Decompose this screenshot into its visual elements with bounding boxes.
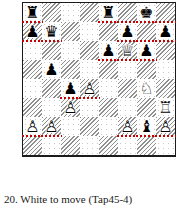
spellcheck-squiggle: [117, 40, 138, 42]
black-pawn: ♟: [156, 22, 175, 41]
square-e6: ♟: [99, 41, 118, 60]
square-h1: [156, 136, 175, 155]
black-pawn: ♟: [23, 22, 42, 41]
black-pawn-glyph: ♟: [118, 22, 137, 41]
spellcheck-squiggle: [155, 21, 176, 23]
square-b4: [42, 79, 61, 98]
square-h8: [156, 3, 175, 22]
spellcheck-squiggle: [41, 135, 62, 137]
spellcheck-squiggle: [22, 135, 43, 137]
square-f4: [118, 79, 137, 98]
black-pawn: ♟: [118, 22, 137, 41]
square-d7: [80, 22, 99, 41]
black-rook: ♜: [23, 3, 42, 22]
spellcheck-squiggle: [136, 59, 157, 61]
black-rook-glyph: ♜: [23, 3, 42, 22]
square-c6: [61, 41, 80, 60]
square-g5: [137, 60, 156, 79]
square-g2: ♝: [137, 117, 156, 136]
square-g7: [137, 22, 156, 41]
spellcheck-squiggle: [22, 40, 43, 42]
square-g1: [137, 136, 156, 155]
spellcheck-squiggle: [136, 40, 157, 42]
spellcheck-squiggle: [155, 40, 176, 42]
square-h3: ♜♖: [156, 98, 175, 117]
white-queen-glyph: ♕: [118, 41, 137, 60]
white-pawn-glyph: ♙: [80, 79, 99, 98]
square-d1: [80, 136, 99, 155]
white-pawn-glyph: ♙: [118, 117, 137, 136]
square-d6: [80, 41, 99, 60]
spellcheck-squiggle: [117, 21, 138, 23]
white-pawn: ♟♙: [80, 79, 99, 98]
square-f7: ♟: [118, 22, 137, 41]
black-bishop-glyph: ♝: [137, 117, 156, 136]
spellcheck-squiggle: [60, 97, 81, 99]
square-b5: ♟: [42, 60, 61, 79]
square-b6: [42, 41, 61, 60]
black-queen: ♛: [42, 22, 61, 41]
square-f1: [118, 136, 137, 155]
square-e8: ♜: [99, 3, 118, 22]
square-b1: [42, 136, 61, 155]
spellcheck-squiggle: [41, 40, 62, 42]
square-h5: [156, 60, 175, 79]
spellcheck-squiggle: [98, 59, 119, 61]
spellcheck-squiggle: [79, 97, 100, 99]
spellcheck-squiggle: [155, 135, 176, 137]
white-knight: ♞♘: [137, 79, 156, 98]
square-g6: ♟: [137, 41, 156, 60]
square-f3: [118, 98, 137, 117]
black-king: ♚: [137, 3, 156, 22]
square-h7: ♟: [156, 22, 175, 41]
spellcheck-squiggle: [117, 135, 138, 137]
square-c5: [61, 60, 80, 79]
white-pawn: ♟♙: [42, 117, 61, 136]
spellcheck-squiggle: [136, 135, 157, 137]
square-e3: [99, 98, 118, 117]
square-h6: [156, 41, 175, 60]
white-pawn-glyph: ♙: [42, 117, 61, 136]
square-a7: ♟: [23, 22, 42, 41]
square-e2: [99, 117, 118, 136]
white-pawn: ♟♙: [156, 117, 175, 136]
square-a3: [23, 98, 42, 117]
square-h4: [156, 79, 175, 98]
white-pawn-glyph: ♙: [61, 98, 80, 117]
black-pawn: ♟: [42, 60, 61, 79]
square-e5: [99, 60, 118, 79]
black-pawn: ♟: [99, 41, 118, 60]
black-bishop: ♝: [137, 117, 156, 136]
white-queen: ♛♕: [118, 41, 137, 60]
black-queen-glyph: ♛: [42, 22, 61, 41]
black-king-glyph: ♚: [137, 3, 156, 22]
square-d5: [80, 60, 99, 79]
square-g3: [137, 98, 156, 117]
square-a2: ♟♙: [23, 117, 42, 136]
white-pawn: ♟♙: [23, 117, 42, 136]
square-h2: ♟♙: [156, 117, 175, 136]
square-c2: [61, 117, 80, 136]
square-d2: [80, 117, 99, 136]
diagram-caption: 20. White to move (Tap45-4): [4, 193, 174, 205]
spellcheck-squiggle: [22, 21, 43, 23]
chess-board-frame: ♜♜♚♟♛♟♟♟♛♕♟♟♟♟♙♞♘♟♙♜♖♟♙♟♙♟♙♝♟♙: [22, 2, 176, 157]
square-f5: [118, 60, 137, 79]
square-a8: ♜: [23, 3, 42, 22]
black-pawn-glyph: ♟: [61, 79, 80, 98]
black-rook: ♜: [99, 3, 118, 22]
square-c1: [61, 136, 80, 155]
square-b7: ♛: [42, 22, 61, 41]
square-b3: [42, 98, 61, 117]
square-b8: [42, 3, 61, 22]
spellcheck-squiggle: [136, 21, 157, 23]
square-f2: ♟♙: [118, 117, 137, 136]
black-pawn-glyph: ♟: [42, 60, 61, 79]
white-pawn: ♟♙: [118, 117, 137, 136]
square-d8: [80, 3, 99, 22]
square-g4: ♞♘: [137, 79, 156, 98]
spellcheck-squiggle: [117, 59, 138, 61]
black-rook-glyph: ♜: [99, 3, 118, 22]
white-rook-glyph: ♖: [156, 98, 175, 117]
square-a6: [23, 41, 42, 60]
square-d4: ♟♙: [80, 79, 99, 98]
black-pawn: ♟: [61, 79, 80, 98]
black-pawn-glyph: ♟: [99, 41, 118, 60]
spellcheck-squiggle: [98, 21, 119, 23]
square-b2: ♟♙: [42, 117, 61, 136]
square-f6: ♛♕: [118, 41, 137, 60]
black-pawn-glyph: ♟: [23, 22, 42, 41]
square-c8: [61, 3, 80, 22]
square-d3: [80, 98, 99, 117]
square-e7: [99, 22, 118, 41]
square-f8: [118, 3, 137, 22]
square-a4: [23, 79, 42, 98]
square-e4: [99, 79, 118, 98]
square-a1: [23, 136, 42, 155]
white-pawn-glyph: ♙: [23, 117, 42, 136]
black-pawn-glyph: ♟: [137, 41, 156, 60]
square-c3: ♟♙: [61, 98, 80, 117]
square-g8: ♚: [137, 3, 156, 22]
white-pawn-glyph: ♙: [156, 117, 175, 136]
square-e1: [99, 136, 118, 155]
square-c7: [61, 22, 80, 41]
chess-board: ♜♜♚♟♛♟♟♟♛♕♟♟♟♟♙♞♘♟♙♜♖♟♙♟♙♟♙♝♟♙: [23, 3, 175, 155]
white-rook: ♜♖: [156, 98, 175, 117]
black-pawn: ♟: [137, 41, 156, 60]
square-a5: [23, 60, 42, 79]
white-knight-glyph: ♘: [137, 79, 156, 98]
square-c4: ♟: [61, 79, 80, 98]
black-pawn-glyph: ♟: [156, 22, 175, 41]
white-pawn: ♟♙: [61, 98, 80, 117]
